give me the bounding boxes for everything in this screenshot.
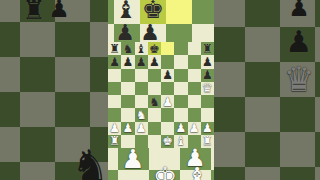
square-a8[interactable]: ♜ (108, 42, 121, 55)
bg-square (118, 148, 149, 170)
square-f4[interactable] (174, 95, 187, 108)
square-h2[interactable]: ♟ (201, 122, 214, 135)
square-b1[interactable] (121, 135, 134, 148)
square-d8[interactable]: ♚ (148, 42, 161, 55)
dim-overlay (0, 0, 108, 180)
bg-square (192, 24, 214, 42)
bg-square (149, 148, 180, 170)
square-f6[interactable] (174, 69, 187, 82)
square-f3[interactable] (174, 108, 187, 121)
background-board-bottom: ♟♟♚♝ (108, 148, 214, 180)
square-b4[interactable] (121, 95, 134, 108)
piece-white-pawn-b2[interactable]: ♟ (122, 122, 133, 134)
square-b7[interactable]: ♟ (121, 55, 134, 68)
square-h4[interactable] (201, 95, 214, 108)
bg-square (140, 24, 166, 42)
bg-square (180, 170, 211, 180)
square-e2[interactable] (161, 122, 174, 135)
square-d4[interactable]: ♞ (148, 95, 161, 108)
piece-black-king-d8[interactable]: ♚ (149, 42, 160, 54)
bg-square (114, 24, 140, 42)
square-b6[interactable] (121, 69, 134, 82)
square-b3[interactable] (121, 108, 134, 121)
square-f8[interactable] (174, 42, 187, 55)
square-a6[interactable] (108, 69, 121, 82)
piece-black-pawn-h6[interactable]: ♟ (202, 69, 213, 81)
piece-white-bishop-f1[interactable]: ♝ (175, 135, 186, 147)
square-h5[interactable]: ♛ (201, 82, 214, 95)
square-c4[interactable] (135, 95, 148, 108)
square-c6[interactable] (135, 69, 148, 82)
square-g8[interactable] (188, 42, 201, 55)
piece-black-rook-a8[interactable]: ♜ (109, 42, 120, 54)
bg-square (140, 0, 166, 24)
shorts-frame: ♜♟♞ ♟♟♛ ♞♝♚♟♟ ♜♞♝♚♜♟♟♟♟♟♟♟♛♞♟♞♟♟♟♟♟♟♜♚♝♜… (0, 0, 320, 180)
piece-black-pawn-d7[interactable]: ♟ (149, 56, 160, 68)
piece-white-king-e1[interactable]: ♚ (162, 135, 173, 147)
piece-white-rook-a1[interactable]: ♜ (109, 135, 120, 147)
piece-white-pawn-c2[interactable]: ♟ (136, 122, 147, 134)
piece-black-knight-d4[interactable]: ♞ (149, 95, 160, 107)
square-e7[interactable] (161, 55, 174, 68)
square-f2[interactable]: ♟ (174, 122, 187, 135)
square-g5[interactable] (188, 82, 201, 95)
bg-square (108, 148, 118, 170)
bg-square (118, 170, 149, 180)
piece-white-queen-h5[interactable]: ♛ (202, 82, 213, 94)
square-e1[interactable]: ♚ (161, 135, 174, 148)
piece-white-pawn-h2[interactable]: ♟ (202, 122, 213, 134)
square-d7[interactable]: ♟ (148, 55, 161, 68)
piece-black-pawn-a7[interactable]: ♟ (109, 56, 120, 68)
square-e5[interactable] (161, 82, 174, 95)
piece-black-bishop-c8[interactable]: ♝ (136, 42, 147, 54)
chess-board[interactable]: ♜♞♝♚♜♟♟♟♟♟♟♟♛♞♟♞♟♟♟♟♟♟♜♚♝♜ (108, 42, 214, 148)
square-a1[interactable]: ♜ (108, 135, 121, 148)
background-board-right: ♟♟♛ (214, 0, 320, 180)
square-e6[interactable]: ♟ (161, 69, 174, 82)
square-g7[interactable] (188, 55, 201, 68)
bg-square (192, 0, 214, 24)
square-b8[interactable]: ♞ (121, 42, 134, 55)
square-c1[interactable] (135, 135, 148, 148)
bg-square (149, 170, 180, 180)
bg-square (166, 0, 192, 24)
square-h7[interactable]: ♟ (201, 55, 214, 68)
background-board-top: ♞♝♚♟♟ (108, 0, 214, 42)
square-e3[interactable] (161, 108, 174, 121)
square-d3[interactable] (148, 108, 161, 121)
square-c5[interactable] (135, 82, 148, 95)
piece-black-pawn-b7[interactable]: ♟ (122, 56, 133, 68)
bg-square (211, 148, 214, 170)
piece-white-knight-c3[interactable]: ♞ (136, 109, 147, 121)
square-g3[interactable] (188, 108, 201, 121)
square-a4[interactable] (108, 95, 121, 108)
square-f7[interactable] (174, 55, 187, 68)
square-d6[interactable] (148, 69, 161, 82)
piece-black-rook-h8[interactable]: ♜ (202, 42, 213, 54)
square-c2[interactable]: ♟ (135, 122, 148, 135)
square-b2[interactable]: ♟ (121, 122, 134, 135)
background-board-left: ♜♟♞ (0, 0, 108, 180)
square-c8[interactable]: ♝ (135, 42, 148, 55)
square-e8[interactable] (161, 42, 174, 55)
square-c7[interactable]: ♟ (135, 55, 148, 68)
dim-overlay (214, 0, 320, 180)
piece-white-rook-h1[interactable]: ♜ (202, 135, 213, 147)
square-h1[interactable]: ♜ (201, 135, 214, 148)
square-a5[interactable] (108, 82, 121, 95)
square-h6[interactable]: ♟ (201, 69, 214, 82)
video-strip: ♞♝♚♟♟ ♜♞♝♚♜♟♟♟♟♟♟♟♛♞♟♞♟♟♟♟♟♟♜♚♝♜ ♟♟♚♝ (108, 0, 214, 180)
square-e4[interactable]: ♟ (161, 95, 174, 108)
piece-black-pawn-h7[interactable]: ♟ (202, 56, 213, 68)
square-c3[interactable]: ♞ (135, 108, 148, 121)
square-f1[interactable]: ♝ (174, 135, 187, 148)
square-h8[interactable]: ♜ (201, 42, 214, 55)
square-a7[interactable]: ♟ (108, 55, 121, 68)
bg-square (166, 24, 192, 42)
piece-black-pawn-e6[interactable]: ♟ (162, 69, 173, 81)
square-a2[interactable]: ♟ (108, 122, 121, 135)
piece-black-pawn-c7[interactable]: ♟ (136, 56, 147, 68)
square-d2[interactable] (148, 122, 161, 135)
square-d5[interactable] (148, 82, 161, 95)
piece-white-pawn-g2[interactable]: ♟ (189, 122, 200, 134)
bg-square (180, 148, 211, 170)
bg-square (114, 0, 140, 24)
square-g2[interactable]: ♟ (188, 122, 201, 135)
piece-white-pawn-f2[interactable]: ♟ (175, 122, 186, 134)
bg-square (211, 170, 214, 180)
bg-square (108, 170, 118, 180)
square-a3[interactable] (108, 108, 121, 121)
piece-black-knight-b8[interactable]: ♞ (122, 42, 133, 54)
square-h3[interactable] (201, 108, 214, 121)
square-b5[interactable] (121, 82, 134, 95)
square-g6[interactable] (188, 69, 201, 82)
piece-white-pawn-a2[interactable]: ♟ (109, 122, 120, 134)
square-f5[interactable] (174, 82, 187, 95)
square-g4[interactable] (188, 95, 201, 108)
piece-white-pawn-e4[interactable]: ♟ (162, 95, 173, 107)
square-g1[interactable] (188, 135, 201, 148)
square-d1[interactable] (148, 135, 161, 148)
